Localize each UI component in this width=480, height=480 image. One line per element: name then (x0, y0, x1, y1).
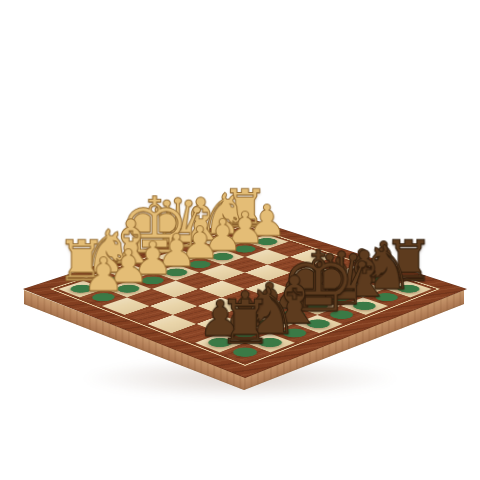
piece-black-rook[interactable]: ♜ (196, 292, 293, 353)
product-photo-scene: ♜♟♟♜♞♟♟♞♝♟♟♝♛♟♟♛♚♟♟♚♝♟♟♝♞♟♟♞♜♟♟♜ (0, 0, 480, 480)
piece-white-pawn[interactable]: ♟ (58, 251, 149, 298)
board-grid: ♜♟♟♜♞♟♟♞♝♟♟♝♛♟♟♛♚♟♟♚♝♟♟♝♞♟♟♞♜♟♟♜ (58, 227, 431, 362)
